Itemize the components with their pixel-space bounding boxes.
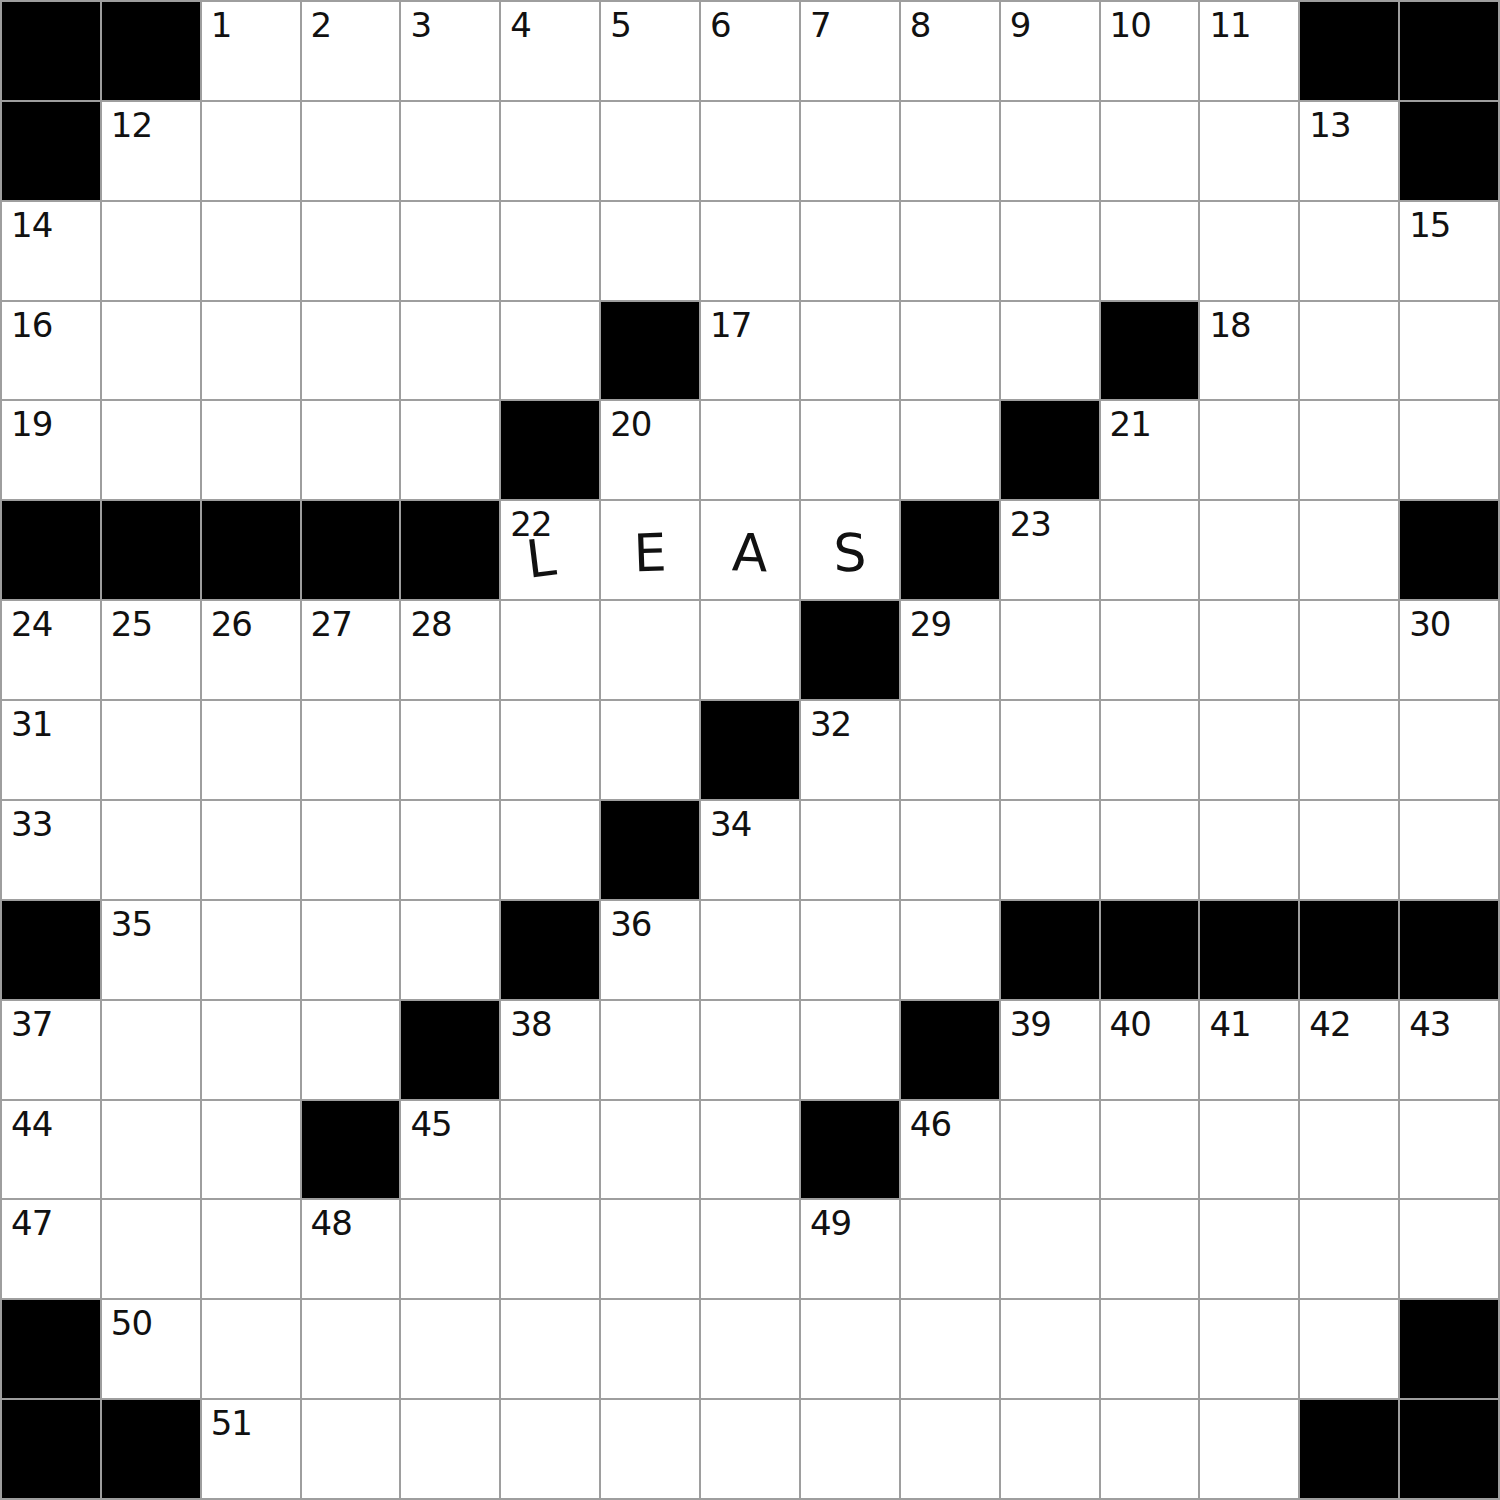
cell-r11-c6[interactable] — [601, 1101, 699, 1199]
cell-r14-c8[interactable] — [801, 1400, 899, 1498]
clue-number: 18 — [1209, 308, 1250, 342]
cell-r4-c0[interactable]: 19 — [2, 401, 100, 499]
cell-r5-c12[interactable] — [1200, 501, 1298, 599]
clue-number: 35 — [111, 907, 152, 941]
cell-r14-c13 — [1300, 1400, 1398, 1498]
cell-r6-c8 — [801, 601, 899, 699]
cell-r2-c11[interactable] — [1101, 202, 1199, 300]
cell-r10-c4 — [401, 1001, 499, 1099]
cell-r12-c10[interactable] — [1001, 1200, 1099, 1298]
cell-r5-c1 — [102, 501, 200, 599]
cell-r0-c6[interactable]: 5 — [601, 2, 699, 100]
clue-number: 12 — [111, 108, 152, 142]
cell-r13-c3[interactable] — [302, 1300, 400, 1398]
cell-r10-c3[interactable] — [302, 1001, 400, 1099]
cell-r7-c8[interactable]: 32 — [801, 701, 899, 799]
cell-r11-c3 — [302, 1101, 400, 1199]
cell-r10-c5[interactable]: 38 — [501, 1001, 599, 1099]
cell-r2-c0[interactable]: 14 — [2, 202, 100, 300]
cell-r8-c2[interactable] — [202, 801, 300, 899]
cell-r7-c11[interactable] — [1101, 701, 1199, 799]
cell-r1-c10[interactable] — [1001, 102, 1099, 200]
cell-r10-c7[interactable] — [701, 1001, 799, 1099]
cell-r13-c1[interactable]: 50 — [102, 1300, 200, 1398]
cell-r3-c1[interactable] — [102, 302, 200, 400]
cell-r2-c7[interactable] — [701, 202, 799, 300]
cell-r13-c0 — [2, 1300, 100, 1398]
cell-r9-c5 — [501, 901, 599, 999]
cell-r11-c2[interactable] — [202, 1101, 300, 1199]
cell-r2-c8[interactable] — [801, 202, 899, 300]
clue-number: 34 — [710, 807, 751, 841]
cell-r8-c13[interactable] — [1300, 801, 1398, 899]
cell-r11-c10[interactable] — [1001, 1101, 1099, 1199]
cell-r6-c5[interactable] — [501, 601, 599, 699]
cell-r6-c4[interactable]: 28 — [401, 601, 499, 699]
cell-r4-c12[interactable] — [1200, 401, 1298, 499]
cell-r9-c10 — [1001, 901, 1099, 999]
cell-r8-c12[interactable] — [1200, 801, 1298, 899]
clue-number: 16 — [11, 308, 52, 342]
cell-r2-c2[interactable] — [202, 202, 300, 300]
clue-number: 7 — [810, 8, 831, 42]
cell-r3-c6 — [601, 302, 699, 400]
cell-r12-c2[interactable] — [202, 1200, 300, 1298]
cell-r8-c8[interactable] — [801, 801, 899, 899]
cell-r12-c13[interactable] — [1300, 1200, 1398, 1298]
cell-r3-c14[interactable] — [1400, 302, 1498, 400]
cell-r8-c14[interactable] — [1400, 801, 1498, 899]
cell-r5-c10[interactable]: 23 — [1001, 501, 1099, 599]
cell-r4-c9[interactable] — [901, 401, 999, 499]
clue-number: 37 — [11, 1007, 52, 1041]
clue-number: 38 — [510, 1007, 551, 1041]
clue-number: 32 — [810, 707, 851, 741]
clue-number: 44 — [11, 1107, 52, 1141]
cell-r7-c0[interactable]: 31 — [2, 701, 100, 799]
cell-r12-c1[interactable] — [102, 1200, 200, 1298]
cell-r3-c2[interactable] — [202, 302, 300, 400]
cell-r12-c8[interactable]: 49 — [801, 1200, 899, 1298]
cell-r9-c14 — [1400, 901, 1498, 999]
cell-r10-c9 — [901, 1001, 999, 1099]
cell-r8-c6 — [601, 801, 699, 899]
clue-number: 21 — [1110, 407, 1151, 441]
cell-r6-c13[interactable] — [1300, 601, 1398, 699]
cell-r6-c9[interactable]: 29 — [901, 601, 999, 699]
cell-r13-c12[interactable] — [1200, 1300, 1298, 1398]
clue-number: 8 — [910, 8, 931, 42]
clue-number: 50 — [111, 1306, 152, 1340]
cell-r5-c8[interactable]: S — [801, 501, 899, 599]
cell-r10-c6[interactable] — [601, 1001, 699, 1099]
cell-r4-c5 — [501, 401, 599, 499]
cell-r5-c7[interactable]: A — [701, 501, 799, 599]
cell-r0-c14 — [1400, 2, 1498, 100]
cell-r3-c10[interactable] — [1001, 302, 1099, 400]
cell-r14-c11[interactable] — [1101, 1400, 1199, 1498]
fill-letter: A — [699, 500, 800, 601]
clue-number: 2 — [311, 8, 332, 42]
cell-r11-c8 — [801, 1101, 899, 1199]
clue-number: 11 — [1209, 8, 1250, 42]
clue-number: 40 — [1110, 1007, 1151, 1041]
cell-r12-c9[interactable] — [901, 1200, 999, 1298]
cell-r12-c7[interactable] — [701, 1200, 799, 1298]
cell-r10-c8[interactable] — [801, 1001, 899, 1099]
cell-r3-c11 — [1101, 302, 1199, 400]
cell-r13-c10[interactable] — [1001, 1300, 1099, 1398]
cell-r7-c6[interactable] — [601, 701, 699, 799]
cell-r1-c0 — [2, 102, 100, 200]
cell-r1-c2[interactable] — [202, 102, 300, 200]
clue-number: 39 — [1010, 1007, 1051, 1041]
cell-r9-c1[interactable]: 35 — [102, 901, 200, 999]
cell-r4-c3[interactable] — [302, 401, 400, 499]
cell-r14-c1 — [102, 1400, 200, 1498]
cell-r13-c8[interactable] — [801, 1300, 899, 1398]
cell-r10-c2[interactable] — [202, 1001, 300, 1099]
cell-r11-c13[interactable] — [1300, 1101, 1398, 1199]
cell-r11-c0[interactable]: 44 — [2, 1101, 100, 1199]
cell-r7-c9[interactable] — [901, 701, 999, 799]
clue-number: 43 — [1409, 1007, 1450, 1041]
cell-r1-c4[interactable] — [401, 102, 499, 200]
cell-r9-c11 — [1101, 901, 1199, 999]
cell-r7-c5[interactable] — [501, 701, 599, 799]
cell-r3-c4[interactable] — [401, 302, 499, 400]
cell-r9-c2[interactable] — [202, 901, 300, 999]
cell-r9-c3[interactable] — [302, 901, 400, 999]
cell-r11-c4[interactable]: 45 — [401, 1101, 499, 1199]
cell-r9-c0 — [2, 901, 100, 999]
cell-r0-c10[interactable]: 9 — [1001, 2, 1099, 100]
fill-letter: S — [800, 500, 900, 600]
cell-r0-c13 — [1300, 2, 1398, 100]
cell-r12-c0[interactable]: 47 — [2, 1200, 100, 1298]
cell-r11-c5[interactable] — [501, 1101, 599, 1199]
cell-r0-c11[interactable]: 10 — [1101, 2, 1199, 100]
cell-r2-c4[interactable] — [401, 202, 499, 300]
cell-r7-c3[interactable] — [302, 701, 400, 799]
cell-r1-c12[interactable] — [1200, 102, 1298, 200]
cell-r13-c2[interactable] — [202, 1300, 300, 1398]
cell-r9-c9[interactable] — [901, 901, 999, 999]
cell-r9-c12 — [1200, 901, 1298, 999]
clue-number: 15 — [1409, 208, 1450, 242]
cell-r7-c12[interactable] — [1200, 701, 1298, 799]
cell-r10-c12[interactable]: 41 — [1200, 1001, 1298, 1099]
cell-r5-c13[interactable] — [1300, 501, 1398, 599]
cell-r8-c5[interactable] — [501, 801, 599, 899]
cell-r6-c14[interactable]: 30 — [1400, 601, 1498, 699]
clue-number: 42 — [1309, 1007, 1350, 1041]
cell-r2-c3[interactable] — [302, 202, 400, 300]
cell-r0-c8[interactable]: 7 — [801, 2, 899, 100]
cell-r3-c12[interactable]: 18 — [1200, 302, 1298, 400]
cell-r10-c0[interactable]: 37 — [2, 1001, 100, 1099]
cell-r6-c0[interactable]: 24 — [2, 601, 100, 699]
cell-r3-c7[interactable]: 17 — [701, 302, 799, 400]
cell-r14-c4[interactable] — [401, 1400, 499, 1498]
cell-r14-c5[interactable] — [501, 1400, 599, 1498]
clue-number: 6 — [710, 8, 731, 42]
cell-r7-c4[interactable] — [401, 701, 499, 799]
cell-r4-c11[interactable]: 21 — [1101, 401, 1199, 499]
cell-r0-c1 — [102, 2, 200, 100]
clue-number: 29 — [910, 607, 951, 641]
cell-r2-c6[interactable] — [601, 202, 699, 300]
cell-r0-c3[interactable]: 2 — [302, 2, 400, 100]
cell-r4-c13[interactable] — [1300, 401, 1398, 499]
cell-r4-c1[interactable] — [102, 401, 200, 499]
cell-r8-c10[interactable] — [1001, 801, 1099, 899]
clue-number: 30 — [1409, 607, 1450, 641]
clue-number: 9 — [1010, 8, 1031, 42]
cell-r10-c14[interactable]: 43 — [1400, 1001, 1498, 1099]
clue-number: 45 — [410, 1107, 451, 1141]
cell-r3-c5[interactable] — [501, 302, 599, 400]
cell-r10-c10[interactable]: 39 — [1001, 1001, 1099, 1099]
clue-number: 3 — [410, 8, 431, 42]
clue-number: 4 — [510, 8, 531, 42]
cell-r2-c5[interactable] — [501, 202, 599, 300]
cell-r11-c1[interactable] — [102, 1101, 200, 1199]
cell-r8-c3[interactable] — [302, 801, 400, 899]
cell-r14-c6[interactable] — [601, 1400, 699, 1498]
cell-r8-c1[interactable] — [102, 801, 200, 899]
cell-r3-c9[interactable] — [901, 302, 999, 400]
clue-number: 1 — [211, 8, 232, 42]
cell-r13-c5[interactable] — [501, 1300, 599, 1398]
cell-r9-c6[interactable]: 36 — [601, 901, 699, 999]
cell-r3-c13[interactable] — [1300, 302, 1398, 400]
clue-number: 20 — [610, 407, 651, 441]
cell-r6-c7[interactable] — [701, 601, 799, 699]
cell-r13-c7[interactable] — [701, 1300, 799, 1398]
fill-letter: L — [486, 501, 595, 610]
cell-r0-c2[interactable]: 1 — [202, 2, 300, 100]
cell-r0-c0 — [2, 2, 100, 100]
cell-r7-c14[interactable] — [1400, 701, 1498, 799]
cell-r2-c13[interactable] — [1300, 202, 1398, 300]
clue-number: 46 — [910, 1107, 951, 1141]
cell-r12-c11[interactable] — [1101, 1200, 1199, 1298]
cell-r3-c3[interactable] — [302, 302, 400, 400]
cell-r12-c3[interactable]: 48 — [302, 1200, 400, 1298]
cell-r5-c2 — [202, 501, 300, 599]
cell-r6-c3[interactable]: 27 — [302, 601, 400, 699]
clue-number: 14 — [11, 208, 52, 242]
cell-r4-c14[interactable] — [1400, 401, 1498, 499]
cell-r14-c14 — [1400, 1400, 1498, 1498]
cell-r8-c4[interactable] — [401, 801, 499, 899]
cell-r5-c5[interactable]: 22L — [501, 501, 599, 599]
cell-r5-c6[interactable]: E — [601, 501, 699, 599]
cell-r4-c2[interactable] — [202, 401, 300, 499]
cell-r5-c0 — [2, 501, 100, 599]
cell-r7-c7 — [701, 701, 799, 799]
cell-r1-c3[interactable] — [302, 102, 400, 200]
clue-number: 13 — [1309, 108, 1350, 142]
clue-number: 23 — [1010, 507, 1051, 541]
cell-r0-c5[interactable]: 4 — [501, 2, 599, 100]
cell-r3-c8[interactable] — [801, 302, 899, 400]
cell-r14-c12[interactable] — [1200, 1400, 1298, 1498]
cell-r6-c6[interactable] — [601, 601, 699, 699]
clue-number: 33 — [11, 807, 52, 841]
clue-number: 26 — [211, 607, 252, 641]
cell-r3-c0[interactable]: 16 — [2, 302, 100, 400]
cell-r11-c11[interactable] — [1101, 1101, 1199, 1199]
cell-r1-c13[interactable]: 13 — [1300, 102, 1398, 200]
cell-r10-c1[interactable] — [102, 1001, 200, 1099]
cell-r1-c7[interactable] — [701, 102, 799, 200]
cell-r14-c9[interactable] — [901, 1400, 999, 1498]
cell-r11-c7[interactable] — [701, 1101, 799, 1199]
cell-r14-c10[interactable] — [1001, 1400, 1099, 1498]
cell-r9-c13 — [1300, 901, 1398, 999]
cell-r5-c3 — [302, 501, 400, 599]
cell-r14-c2[interactable]: 51 — [202, 1400, 300, 1498]
cell-r13-c11[interactable] — [1101, 1300, 1199, 1398]
clue-number: 25 — [111, 607, 152, 641]
cell-r8-c0[interactable]: 33 — [2, 801, 100, 899]
clue-number: 48 — [311, 1206, 352, 1240]
clue-number: 5 — [610, 8, 631, 42]
cell-r13-c13[interactable] — [1300, 1300, 1398, 1398]
clue-number: 49 — [810, 1206, 851, 1240]
cell-r5-c14 — [1400, 501, 1498, 599]
cell-r10-c11[interactable]: 40 — [1101, 1001, 1199, 1099]
clue-number: 51 — [211, 1406, 252, 1440]
cell-r12-c14[interactable] — [1400, 1200, 1498, 1298]
cell-r9-c4[interactable] — [401, 901, 499, 999]
cell-r1-c6[interactable] — [601, 102, 699, 200]
cell-r11-c12[interactable] — [1200, 1101, 1298, 1199]
cell-r8-c11[interactable] — [1101, 801, 1199, 899]
cell-r14-c3[interactable] — [302, 1400, 400, 1498]
clue-number: 47 — [11, 1206, 52, 1240]
fill-letter: E — [600, 500, 701, 601]
cell-r2-c1[interactable] — [102, 202, 200, 300]
cell-r12-c6[interactable] — [601, 1200, 699, 1298]
cell-r5-c11[interactable] — [1101, 501, 1199, 599]
cell-r4-c7[interactable] — [701, 401, 799, 499]
cell-r12-c5[interactable] — [501, 1200, 599, 1298]
cell-r4-c6[interactable]: 20 — [601, 401, 699, 499]
cell-r6-c11[interactable] — [1101, 601, 1199, 699]
cell-r1-c1[interactable]: 12 — [102, 102, 200, 200]
cell-r9-c7[interactable] — [701, 901, 799, 999]
cell-r1-c14 — [1400, 102, 1498, 200]
cell-r6-c12[interactable] — [1200, 601, 1298, 699]
clue-number: 31 — [11, 707, 52, 741]
cell-r4-c4[interactable] — [401, 401, 499, 499]
cell-r11-c9[interactable]: 46 — [901, 1101, 999, 1199]
cell-r0-c7[interactable]: 6 — [701, 2, 799, 100]
cell-r12-c12[interactable] — [1200, 1200, 1298, 1298]
crossword-board: 12345678910111213141516171819202122LEAS2… — [0, 0, 1500, 1500]
cell-r5-c4 — [401, 501, 499, 599]
cell-r13-c14 — [1400, 1300, 1498, 1398]
cell-r13-c6[interactable] — [601, 1300, 699, 1398]
cell-r0-c4[interactable]: 3 — [401, 2, 499, 100]
clue-number: 10 — [1110, 8, 1151, 42]
cell-r14-c0 — [2, 1400, 100, 1498]
cell-r14-c7[interactable] — [701, 1400, 799, 1498]
cell-r11-c14[interactable] — [1400, 1101, 1498, 1199]
cell-r13-c4[interactable] — [401, 1300, 499, 1398]
cell-r1-c8[interactable] — [801, 102, 899, 200]
cell-r0-c12[interactable]: 11 — [1200, 2, 1298, 100]
cell-r1-c11[interactable] — [1101, 102, 1199, 200]
cell-r2-c10[interactable] — [1001, 202, 1099, 300]
clue-number: 17 — [710, 308, 751, 342]
cell-r2-c12[interactable] — [1200, 202, 1298, 300]
cell-r6-c10[interactable] — [1001, 601, 1099, 699]
clue-number: 19 — [11, 407, 52, 441]
cell-r7-c13[interactable] — [1300, 701, 1398, 799]
cell-r12-c4[interactable] — [401, 1200, 499, 1298]
clue-number: 41 — [1209, 1007, 1250, 1041]
cell-r13-c9[interactable] — [901, 1300, 999, 1398]
cell-r2-c9[interactable] — [901, 202, 999, 300]
cell-r6-c2[interactable]: 26 — [202, 601, 300, 699]
clue-number: 28 — [410, 607, 451, 641]
cell-r7-c2[interactable] — [202, 701, 300, 799]
cell-r0-c9[interactable]: 8 — [901, 2, 999, 100]
cell-r6-c1[interactable]: 25 — [102, 601, 200, 699]
cell-r7-c1[interactable] — [102, 701, 200, 799]
cell-r10-c13[interactable]: 42 — [1300, 1001, 1398, 1099]
cell-r4-c10 — [1001, 401, 1099, 499]
cell-r1-c9[interactable] — [901, 102, 999, 200]
cell-r8-c9[interactable] — [901, 801, 999, 899]
cell-r1-c5[interactable] — [501, 102, 599, 200]
cell-r5-c9 — [901, 501, 999, 599]
clue-number: 24 — [11, 607, 52, 641]
cell-r2-c14[interactable]: 15 — [1400, 202, 1498, 300]
cell-r7-c10[interactable] — [1001, 701, 1099, 799]
cell-r8-c7[interactable]: 34 — [701, 801, 799, 899]
clue-number: 27 — [311, 607, 352, 641]
cell-r4-c8[interactable] — [801, 401, 899, 499]
cell-r9-c8[interactable] — [801, 901, 899, 999]
clue-number: 36 — [610, 907, 651, 941]
